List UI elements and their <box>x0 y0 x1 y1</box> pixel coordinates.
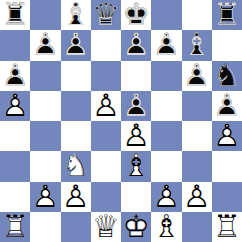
square-e1[interactable]: ♚♔ <box>121 212 151 242</box>
square-c2[interactable]: ♟♙ <box>61 182 91 212</box>
black-pawn-outline-glyph: ♙ <box>151 30 181 60</box>
square-h8[interactable]: ♜♖ <box>212 0 242 30</box>
square-f4[interactable] <box>151 121 181 151</box>
black-pawn-outline-glyph: ♙ <box>61 30 91 60</box>
square-a3[interactable] <box>0 151 30 181</box>
white-king-piece[interactable]: ♚♔ <box>121 212 151 242</box>
black-pawn-piece[interactable]: ♟♙ <box>151 30 181 60</box>
white-pawn-piece[interactable]: ♟♙ <box>0 91 30 121</box>
square-a7[interactable] <box>0 30 30 60</box>
white-pawn-outline-glyph: ♙ <box>182 182 212 212</box>
black-rook-piece[interactable]: ♜♖ <box>212 0 242 30</box>
white-rook-outline-glyph: ♖ <box>212 212 242 242</box>
square-b1[interactable] <box>30 212 60 242</box>
square-g4[interactable] <box>182 121 212 151</box>
white-pawn-piece[interactable]: ♟♙ <box>182 182 212 212</box>
white-bishop-piece[interactable]: ♝♗ <box>121 151 151 181</box>
black-queen-piece[interactable]: ♛♕ <box>91 0 121 30</box>
square-d8[interactable]: ♛♕ <box>91 0 121 30</box>
black-pawn-piece[interactable]: ♟♙ <box>30 30 60 60</box>
square-d5[interactable]: ♟♙ <box>91 91 121 121</box>
square-h3[interactable] <box>212 151 242 181</box>
square-c1[interactable] <box>61 212 91 242</box>
square-c6[interactable] <box>61 61 91 91</box>
square-d3[interactable] <box>91 151 121 181</box>
square-d7[interactable] <box>91 30 121 60</box>
square-g5[interactable] <box>182 91 212 121</box>
black-pawn-piece[interactable]: ♟♙ <box>182 61 212 91</box>
black-rook-piece[interactable]: ♜♖ <box>0 0 30 30</box>
square-d1[interactable]: ♛♕ <box>91 212 121 242</box>
square-f6[interactable] <box>151 61 181 91</box>
white-pawn-piece[interactable]: ♟♙ <box>91 91 121 121</box>
square-a4[interactable] <box>0 121 30 151</box>
white-bishop-piece[interactable]: ♝♗ <box>151 212 181 242</box>
square-b6[interactable] <box>30 61 60 91</box>
white-queen-piece[interactable]: ♛♕ <box>91 212 121 242</box>
white-queen-outline-glyph: ♕ <box>91 212 121 242</box>
square-d4[interactable] <box>91 121 121 151</box>
chess-board: ♜♖♝♗♛♕♚♔♜♖♟♙♟♙♟♙♟♙♝♗♟♙♟♙♞♘♟♙♟♙♟♙♟♙♟♙♟♙♞♘… <box>0 0 242 242</box>
white-pawn-piece[interactable]: ♟♙ <box>212 121 242 151</box>
square-c5[interactable] <box>61 91 91 121</box>
square-e3[interactable]: ♝♗ <box>121 151 151 181</box>
white-pawn-outline-glyph: ♙ <box>30 182 60 212</box>
black-pawn-outline-glyph: ♙ <box>121 30 151 60</box>
square-c3[interactable]: ♞♘ <box>61 151 91 181</box>
square-f5[interactable] <box>151 91 181 121</box>
square-a5[interactable]: ♟♙ <box>0 91 30 121</box>
black-rook-outline-glyph: ♖ <box>212 0 242 30</box>
square-h7[interactable] <box>212 30 242 60</box>
white-pawn-piece[interactable]: ♟♙ <box>30 182 60 212</box>
black-pawn-piece[interactable]: ♟♙ <box>61 30 91 60</box>
square-g3[interactable] <box>182 151 212 181</box>
square-f7[interactable]: ♟♙ <box>151 30 181 60</box>
square-h4[interactable]: ♟♙ <box>212 121 242 151</box>
square-a8[interactable]: ♜♖ <box>0 0 30 30</box>
square-g7[interactable]: ♝♗ <box>182 30 212 60</box>
black-rook-outline-glyph: ♖ <box>0 0 30 30</box>
white-pawn-outline-glyph: ♙ <box>91 91 121 121</box>
chess-app: ♜♖♝♗♛♕♚♔♜♖♟♙♟♙♟♙♟♙♝♗♟♙♟♙♞♘♟♙♟♙♟♙♟♙♟♙♟♙♞♘… <box>0 0 242 242</box>
square-f1[interactable]: ♝♗ <box>151 212 181 242</box>
square-b7[interactable]: ♟♙ <box>30 30 60 60</box>
white-rook-piece[interactable]: ♜♖ <box>212 212 242 242</box>
white-king-outline-glyph: ♔ <box>121 212 151 242</box>
white-bishop-outline-glyph: ♗ <box>151 212 181 242</box>
white-rook-outline-glyph: ♖ <box>0 212 30 242</box>
black-pawn-piece[interactable]: ♟♙ <box>121 30 151 60</box>
square-c7[interactable]: ♟♙ <box>61 30 91 60</box>
square-g1[interactable] <box>182 212 212 242</box>
white-pawn-outline-glyph: ♙ <box>212 121 242 151</box>
square-f3[interactable] <box>151 151 181 181</box>
square-h1[interactable]: ♜♖ <box>212 212 242 242</box>
square-g2[interactable]: ♟♙ <box>182 182 212 212</box>
black-pawn-outline-glyph: ♙ <box>30 30 60 60</box>
black-pawn-outline-glyph: ♙ <box>182 61 212 91</box>
square-b4[interactable] <box>30 121 60 151</box>
black-bishop-piece[interactable]: ♝♗ <box>182 30 212 60</box>
black-queen-outline-glyph: ♕ <box>91 0 121 30</box>
square-b2[interactable]: ♟♙ <box>30 182 60 212</box>
white-pawn-outline-glyph: ♙ <box>61 182 91 212</box>
square-g6[interactable]: ♟♙ <box>182 61 212 91</box>
square-a1[interactable]: ♜♖ <box>0 212 30 242</box>
white-knight-piece[interactable]: ♞♘ <box>61 151 91 181</box>
white-pawn-piece[interactable]: ♟♙ <box>61 182 91 212</box>
square-e7[interactable]: ♟♙ <box>121 30 151 60</box>
square-b5[interactable] <box>30 91 60 121</box>
white-knight-outline-glyph: ♘ <box>61 151 91 181</box>
white-rook-piece[interactable]: ♜♖ <box>0 212 30 242</box>
white-bishop-outline-glyph: ♗ <box>121 151 151 181</box>
square-b3[interactable] <box>30 151 60 181</box>
white-pawn-outline-glyph: ♙ <box>0 91 30 121</box>
black-bishop-outline-glyph: ♗ <box>182 30 212 60</box>
